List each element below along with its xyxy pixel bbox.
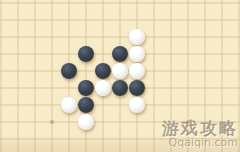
star-point — [50, 120, 54, 124]
white-stone — [129, 63, 145, 79]
white-stone — [129, 46, 145, 62]
black-stone — [78, 97, 94, 113]
black-stone — [129, 80, 145, 96]
white-stone — [78, 114, 94, 130]
white-stone — [112, 63, 128, 79]
black-stone — [78, 46, 94, 62]
black-stone — [95, 63, 111, 79]
black-stone — [112, 46, 128, 62]
black-stone — [112, 80, 128, 96]
game-screen: 游戏攻略 Qqaiqin.com — [0, 0, 240, 152]
white-stone — [95, 80, 111, 96]
white-stone — [129, 29, 145, 45]
gomoku-board[interactable] — [0, 0, 240, 152]
black-stone — [78, 80, 94, 96]
white-stone — [61, 97, 77, 113]
black-stone — [61, 63, 77, 79]
star-point — [186, 120, 190, 124]
white-stone — [129, 97, 145, 113]
